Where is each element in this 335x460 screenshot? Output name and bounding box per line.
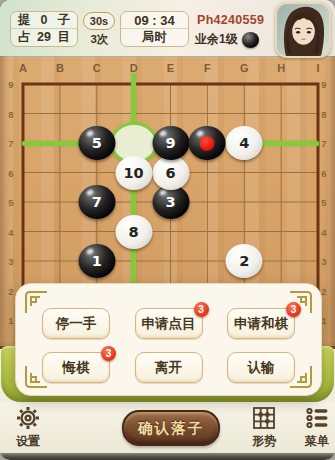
black-stone-icon xyxy=(242,32,259,48)
stone-black-E7: 9 xyxy=(152,126,189,160)
stone-black-C7: 5 xyxy=(78,126,115,160)
row-number-9: 9 xyxy=(5,79,17,90)
settings-button[interactable]: 设置 xyxy=(9,405,47,450)
row-number-3: 3 xyxy=(318,256,330,267)
gear-icon xyxy=(15,405,41,431)
stone-white-G3: 2 xyxy=(226,244,263,278)
column-letter-I: I xyxy=(316,62,319,74)
bottom-toolbar: 设置 确认落子 形势 xyxy=(0,402,335,460)
menu-button[interactable]: 菜单 xyxy=(297,405,335,450)
captures-unit: 子 xyxy=(57,12,70,29)
column-letter-E: E xyxy=(167,62,174,74)
undo-button[interactable]: 悔棋 3 xyxy=(42,352,110,383)
undo-label: 悔棋 xyxy=(63,359,90,377)
last-move-red-dot xyxy=(200,136,215,151)
row-number-9: 9 xyxy=(318,79,330,90)
territory-row: 占 29 目 xyxy=(11,29,77,45)
situation-button[interactable]: 形势 xyxy=(244,405,284,450)
pass-button[interactable]: 停一手 xyxy=(42,308,110,339)
stone-black-C5: 7 xyxy=(78,185,115,219)
row-number-6: 6 xyxy=(5,167,17,178)
action-panel: 停一手 申请点目 3 申请和棋 3 悔棋 3 离开 认输 xyxy=(15,283,322,396)
stone-white-D6: 10 xyxy=(115,156,152,190)
counting-badge: 3 xyxy=(194,302,209,317)
leave-button[interactable]: 离开 xyxy=(135,352,203,383)
captures-value: 0 xyxy=(41,13,48,27)
stone-black-F7 xyxy=(189,126,226,160)
stone-black-E5: 3 xyxy=(152,185,189,219)
column-letter-B: B xyxy=(56,62,64,74)
avatar-illustration xyxy=(277,4,329,56)
column-letter-A: A xyxy=(19,62,27,74)
stone-white-G7: 4 xyxy=(226,126,263,160)
captures-label: 提 xyxy=(18,12,31,29)
undo-badge: 3 xyxy=(101,346,116,361)
row-number-8: 8 xyxy=(318,108,330,119)
row-number-5: 5 xyxy=(5,197,17,208)
request-counting-label: 申请点目 xyxy=(142,315,196,333)
stone-white-D4: 8 xyxy=(115,215,152,249)
game-clock-box: 09 : 34 局时 xyxy=(120,11,189,47)
clock-label: 局时 xyxy=(121,29,188,45)
row-number-6: 6 xyxy=(318,167,330,178)
player-name: Ph4240559 xyxy=(197,13,275,27)
clock-time: 09 : 34 xyxy=(121,12,188,29)
column-letter-H: H xyxy=(277,62,285,74)
row-number-3: 3 xyxy=(5,256,17,267)
player-rank-row: 业余1级 xyxy=(195,31,259,48)
action-row-2: 悔棋 3 离开 认输 xyxy=(42,352,295,383)
row-number-5: 5 xyxy=(318,197,330,208)
column-letter-F: F xyxy=(204,62,211,74)
territory-label: 占 xyxy=(18,29,31,46)
row-number-4: 4 xyxy=(5,226,17,237)
menu-list-icon xyxy=(304,405,330,431)
mini-board-icon xyxy=(251,405,277,431)
resign-label: 认输 xyxy=(248,359,275,377)
stone-white-E6: 6 xyxy=(152,156,189,190)
player-avatar[interactable] xyxy=(275,2,331,58)
draw-badge: 3 xyxy=(286,302,301,317)
column-letter-G: G xyxy=(240,62,249,74)
confirm-move-button[interactable]: 确认落子 xyxy=(122,410,220,446)
row-number-7: 7 xyxy=(5,138,17,149)
request-draw-button[interactable]: 申请和棋 3 xyxy=(227,308,295,339)
captures-row: 提 0 子 xyxy=(11,12,77,29)
pass-label: 停一手 xyxy=(56,315,97,333)
player-rank-label: 业余1级 xyxy=(195,31,238,48)
column-letter-C: C xyxy=(93,62,101,74)
settings-label: 设置 xyxy=(16,433,40,450)
action-row-1: 停一手 申请点目 3 申请和棋 3 xyxy=(42,308,295,339)
resign-button[interactable]: 认输 xyxy=(227,352,295,383)
request-draw-label: 申请和棋 xyxy=(234,315,288,333)
byoyomi-time: 30s xyxy=(83,12,115,30)
request-counting-button[interactable]: 申请点目 3 xyxy=(135,308,203,339)
menu-label: 菜单 xyxy=(305,433,329,450)
top-status-bar: 提 0 子 占 29 目 30s 3次 09 : 34 局时 Ph4240559… xyxy=(0,0,335,56)
confirm-move-label: 确认落子 xyxy=(138,419,204,438)
stone-black-C3: 1 xyxy=(78,244,115,278)
territory-unit: 目 xyxy=(58,29,71,46)
row-number-8: 8 xyxy=(5,108,17,119)
leave-label: 离开 xyxy=(155,359,182,377)
go-game-app: 提 0 子 占 29 目 30s 3次 09 : 34 局时 Ph4240559… xyxy=(0,0,335,460)
territory-value: 29 xyxy=(37,30,51,44)
row-number-4: 4 xyxy=(318,226,330,237)
screen-bottom-edge xyxy=(0,453,335,460)
capture-territory-box: 提 0 子 占 29 目 xyxy=(10,11,78,47)
byoyomi-periods: 3次 xyxy=(83,32,116,47)
row-number-7: 7 xyxy=(318,138,330,149)
situation-label: 形势 xyxy=(252,433,276,450)
